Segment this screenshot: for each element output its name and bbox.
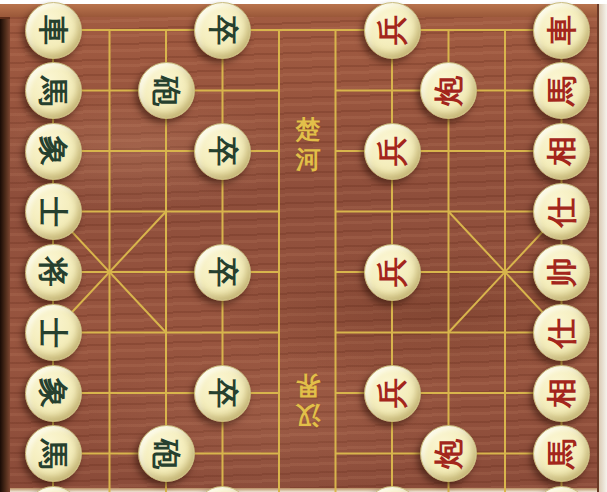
piece-black-horse-1[interactable]: 馬 (25, 62, 82, 119)
piece-character: 象 (38, 136, 68, 166)
piece-character: 士 (38, 318, 68, 348)
piece-character: 相 (547, 378, 577, 408)
piece-character: 車 (38, 15, 68, 45)
piece-red-soldier-4[interactable]: 兵 (364, 365, 421, 422)
piece-black-cannon-1[interactable]: 砲 (138, 62, 195, 119)
piece-red-cannon-2[interactable]: 炮 (420, 425, 477, 482)
piece-character: 相 (547, 136, 577, 166)
piece-red-elephant-2[interactable]: 相 (533, 365, 590, 422)
piece-character: 砲 (151, 439, 181, 469)
piece-red-advisor-2[interactable]: 仕 (533, 304, 590, 361)
piece-red-soldier-2[interactable]: 兵 (364, 123, 421, 180)
piece-character: 馬 (38, 76, 68, 106)
piece-character: 車 (547, 15, 577, 45)
piece-black-soldier-5[interactable]: 卒 (194, 486, 251, 492)
piece-black-chariot-2[interactable]: 車 (25, 486, 82, 492)
piece-red-chariot-1[interactable]: 車 (533, 2, 590, 59)
piece-black-soldier-3[interactable]: 卒 (194, 244, 251, 301)
piece-red-elephant-1[interactable]: 相 (533, 123, 590, 180)
piece-character: 卒 (208, 257, 238, 287)
piece-character: 砲 (151, 76, 181, 106)
pieces-layer: 車馬象士将士象馬車砲砲卒卒卒卒卒兵兵兵兵兵炮炮車馬相仕帅仕相馬車 (25, 0, 590, 492)
piece-black-soldier-4[interactable]: 卒 (194, 365, 251, 422)
piece-black-elephant-2[interactable]: 象 (25, 365, 82, 422)
piece-black-soldier-2[interactable]: 卒 (194, 123, 251, 180)
piece-black-soldier-1[interactable]: 卒 (194, 2, 251, 59)
piece-character: 士 (38, 197, 68, 227)
piece-black-horse-2[interactable]: 馬 (25, 425, 82, 482)
piece-character: 卒 (208, 136, 238, 166)
piece-character: 馬 (38, 439, 68, 469)
piece-red-horse-2[interactable]: 馬 (533, 425, 590, 482)
piece-red-cannon-1[interactable]: 炮 (420, 62, 477, 119)
piece-red-advisor-1[interactable]: 仕 (533, 183, 590, 240)
piece-red-soldier-3[interactable]: 兵 (364, 244, 421, 301)
piece-character: 卒 (208, 15, 238, 45)
piece-black-advisor-1[interactable]: 士 (25, 183, 82, 240)
piece-red-general[interactable]: 帅 (533, 244, 590, 301)
piece-character: 馬 (547, 76, 577, 106)
piece-black-cannon-2[interactable]: 砲 (138, 425, 195, 482)
piece-red-horse-1[interactable]: 馬 (533, 62, 590, 119)
piece-character: 馬 (547, 439, 577, 469)
piece-red-chariot-2[interactable]: 車 (533, 486, 590, 492)
piece-character: 兵 (377, 136, 407, 166)
xiangqi-board-photo: 楚 河 汉 界 車馬象士将士象馬車砲砲卒卒卒卒卒兵兵兵兵兵炮炮車馬相仕帅仕相馬車 (0, 0, 607, 492)
piece-red-soldier-5[interactable]: 兵 (364, 486, 421, 492)
piece-black-elephant-1[interactable]: 象 (25, 123, 82, 180)
piece-character: 卒 (208, 378, 238, 408)
piece-character: 象 (38, 378, 68, 408)
piece-character: 仕 (547, 197, 577, 227)
piece-character: 将 (38, 257, 68, 287)
piece-black-general[interactable]: 将 (25, 244, 82, 301)
piece-character: 仕 (547, 318, 577, 348)
piece-character: 炮 (434, 76, 464, 106)
piece-black-advisor-2[interactable]: 士 (25, 304, 82, 361)
piece-character: 炮 (434, 439, 464, 469)
piece-red-soldier-1[interactable]: 兵 (364, 2, 421, 59)
piece-black-chariot-1[interactable]: 車 (25, 2, 82, 59)
piece-character: 兵 (377, 257, 407, 287)
piece-character: 帅 (547, 257, 577, 287)
piece-character: 兵 (377, 15, 407, 45)
piece-character: 兵 (377, 378, 407, 408)
